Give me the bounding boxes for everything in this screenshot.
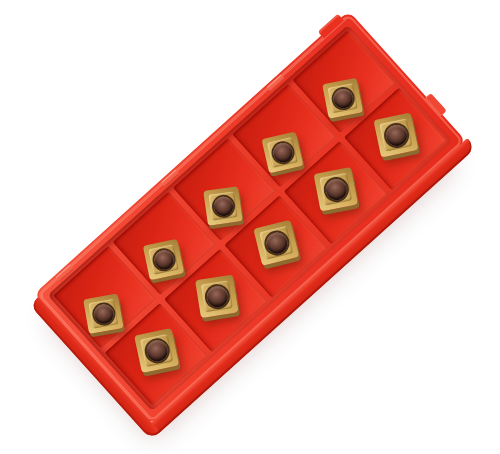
carbide-insert [261,131,303,173]
insert-hole [383,122,408,147]
carbide-insert [83,293,123,333]
carbide-insert [142,239,183,280]
carbide-insert [203,186,242,225]
product-photo [0,0,500,454]
carbide-insert [313,166,358,211]
carbide-insert [253,219,299,265]
carbide-insert [373,112,418,157]
insert-hole [151,248,174,271]
insert-hole [92,302,114,324]
insert-hole [271,140,294,163]
carbide-insert [194,274,237,317]
carbide-insert [134,327,179,372]
corner-notch [425,93,447,116]
insert-hole [204,284,228,308]
carbide-insert [322,78,363,119]
insert-hole [144,338,169,363]
red-insert-tray [34,11,467,426]
insert-hole [212,195,234,217]
insert-hole [331,87,354,110]
insert-hole [263,230,288,255]
insert-hole [323,176,348,201]
